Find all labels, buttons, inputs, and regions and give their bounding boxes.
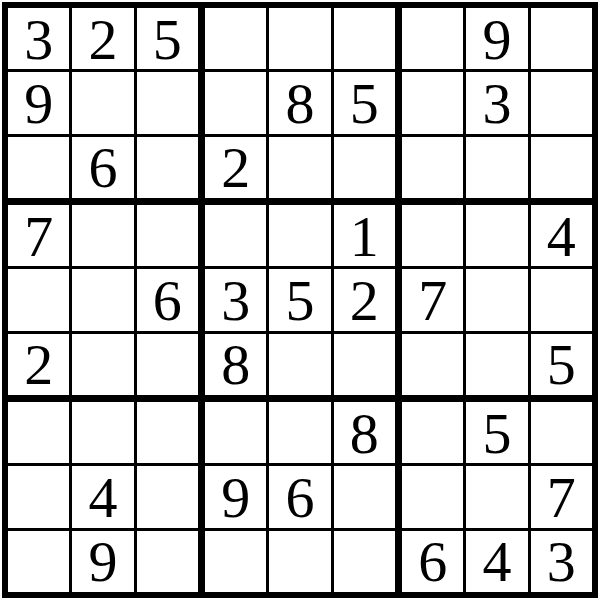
box-r3c3: 57643	[402, 402, 592, 592]
cell-r2c4[interactable]	[205, 72, 266, 133]
cell-r3c1[interactable]	[8, 137, 69, 198]
cell-r8c4[interactable]: 9	[205, 466, 266, 527]
cell-digit: 2	[24, 336, 53, 394]
cell-r6c9[interactable]: 5	[531, 334, 592, 395]
cell-r5c7[interactable]: 7	[402, 269, 463, 330]
cell-digit: 5	[350, 75, 379, 133]
cell-r4c4[interactable]	[205, 205, 266, 266]
cell-r2c2[interactable]	[72, 72, 133, 133]
cell-digit: 1	[350, 208, 379, 266]
cell-digit: 4	[547, 208, 576, 266]
cell-r9c4[interactable]	[205, 531, 266, 592]
cell-digit: 9	[482, 11, 511, 69]
cell-r7c2[interactable]	[72, 402, 133, 463]
box-r3c2: 896	[205, 402, 395, 592]
cell-r9c2[interactable]: 9	[72, 531, 133, 592]
cell-r3c3[interactable]	[137, 137, 198, 198]
cell-r7c6[interactable]: 8	[334, 402, 395, 463]
cell-digit: 5	[153, 11, 182, 69]
cell-r1c3[interactable]: 5	[137, 8, 198, 69]
cell-r1c2[interactable]: 2	[72, 8, 133, 69]
cell-digit: 5	[285, 272, 314, 330]
cell-digit: 3	[547, 533, 576, 591]
cell-r6c8[interactable]	[466, 334, 527, 395]
box-r2c3: 475	[402, 205, 592, 395]
cell-r1c5[interactable]	[269, 8, 330, 69]
cell-r7c7[interactable]	[402, 402, 463, 463]
cell-digit: 8	[221, 336, 250, 394]
sudoku-page: 3259685293762135284754989657643	[0, 0, 600, 600]
cell-r4c8[interactable]	[466, 205, 527, 266]
cell-digit: 8	[350, 405, 379, 463]
cell-r2c3[interactable]	[137, 72, 198, 133]
cell-r5c3[interactable]: 6	[137, 269, 198, 330]
cell-r3c2[interactable]: 6	[72, 137, 133, 198]
cell-r8c9[interactable]: 7	[531, 466, 592, 527]
cell-r9c1[interactable]	[8, 531, 69, 592]
cell-digit: 7	[418, 272, 447, 330]
cell-r4c9[interactable]: 4	[531, 205, 592, 266]
box-r1c3: 93	[402, 8, 592, 198]
cell-r4c5[interactable]	[269, 205, 330, 266]
cell-r6c7[interactable]	[402, 334, 463, 395]
cell-r2c5[interactable]: 8	[269, 72, 330, 133]
cell-r8c7[interactable]	[402, 466, 463, 527]
cell-r8c5[interactable]: 6	[269, 466, 330, 527]
box-r2c1: 762	[8, 205, 198, 395]
cell-r1c6[interactable]	[334, 8, 395, 69]
cell-r4c2[interactable]	[72, 205, 133, 266]
cell-r5c5[interactable]: 5	[269, 269, 330, 330]
cell-digit: 6	[285, 469, 314, 527]
cell-r6c6[interactable]	[334, 334, 395, 395]
box-r2c2: 13528	[205, 205, 395, 395]
cell-r9c5[interactable]	[269, 531, 330, 592]
cell-r4c1[interactable]: 7	[8, 205, 69, 266]
cell-r6c2[interactable]	[72, 334, 133, 395]
cell-r5c2[interactable]	[72, 269, 133, 330]
cell-digit: 4	[482, 533, 511, 591]
cell-r1c4[interactable]	[205, 8, 266, 69]
cell-digit: 5	[547, 336, 576, 394]
cell-r7c8[interactable]: 5	[466, 402, 527, 463]
cell-digit: 9	[221, 469, 250, 527]
cell-digit: 3	[482, 75, 511, 133]
cell-r8c8[interactable]	[466, 466, 527, 527]
cell-r3c7[interactable]	[402, 137, 463, 198]
cell-r4c6[interactable]: 1	[334, 205, 395, 266]
cell-digit: 9	[88, 533, 117, 591]
cell-digit: 2	[88, 11, 117, 69]
cell-digit: 8	[285, 75, 314, 133]
cell-r8c3[interactable]	[137, 466, 198, 527]
cell-digit: 9	[24, 75, 53, 133]
cell-r3c8[interactable]	[466, 137, 527, 198]
cell-r9c6[interactable]	[334, 531, 395, 592]
cell-r6c5[interactable]	[269, 334, 330, 395]
cell-r1c8[interactable]: 9	[466, 8, 527, 69]
box-r1c1: 32596	[8, 8, 198, 198]
cell-digit: 2	[350, 272, 379, 330]
cell-r7c5[interactable]	[269, 402, 330, 463]
sudoku-board: 3259685293762135284754989657643	[2, 2, 598, 598]
cell-digit: 6	[418, 533, 447, 591]
cell-r7c1[interactable]	[8, 402, 69, 463]
cell-r8c6[interactable]	[334, 466, 395, 527]
cell-r6c4[interactable]: 8	[205, 334, 266, 395]
cell-digit: 4	[88, 469, 117, 527]
cell-r2c6[interactable]: 5	[334, 72, 395, 133]
cell-r9c7[interactable]: 6	[402, 531, 463, 592]
cell-r2c9[interactable]	[531, 72, 592, 133]
cell-r8c2[interactable]: 4	[72, 466, 133, 527]
cell-digit: 6	[153, 272, 182, 330]
cell-r7c9[interactable]	[531, 402, 592, 463]
cell-r5c1[interactable]	[8, 269, 69, 330]
cell-r9c3[interactable]	[137, 531, 198, 592]
cell-r3c5[interactable]	[269, 137, 330, 198]
cell-r2c7[interactable]	[402, 72, 463, 133]
cell-r5c8[interactable]	[466, 269, 527, 330]
cell-r1c1[interactable]: 3	[8, 8, 69, 69]
cell-digit: 7	[547, 469, 576, 527]
cell-digit: 3	[24, 11, 53, 69]
cell-digit: 6	[88, 139, 117, 197]
cell-r9c8[interactable]: 4	[466, 531, 527, 592]
cell-r5c6[interactable]: 2	[334, 269, 395, 330]
cell-r5c9[interactable]	[531, 269, 592, 330]
cell-r9c9[interactable]: 3	[531, 531, 592, 592]
cell-r4c7[interactable]	[402, 205, 463, 266]
cell-r3c9[interactable]	[531, 137, 592, 198]
cell-r7c4[interactable]	[205, 402, 266, 463]
box-r3c1: 49	[8, 402, 198, 592]
cell-r3c4[interactable]: 2	[205, 137, 266, 198]
cell-r2c1[interactable]: 9	[8, 72, 69, 133]
cell-r1c7[interactable]	[402, 8, 463, 69]
box-r1c2: 852	[205, 8, 395, 198]
cell-r8c1[interactable]	[8, 466, 69, 527]
cell-r1c9[interactable]	[531, 8, 592, 69]
cell-r6c1[interactable]: 2	[8, 334, 69, 395]
cell-r4c3[interactable]	[137, 205, 198, 266]
cell-r7c3[interactable]	[137, 402, 198, 463]
cell-digit: 3	[221, 272, 250, 330]
cell-r3c6[interactable]	[334, 137, 395, 198]
cell-digit: 2	[221, 139, 250, 197]
cell-r5c4[interactable]: 3	[205, 269, 266, 330]
cell-r2c8[interactable]: 3	[466, 72, 527, 133]
cell-r6c3[interactable]	[137, 334, 198, 395]
cell-digit: 5	[482, 405, 511, 463]
cell-digit: 7	[24, 208, 53, 266]
